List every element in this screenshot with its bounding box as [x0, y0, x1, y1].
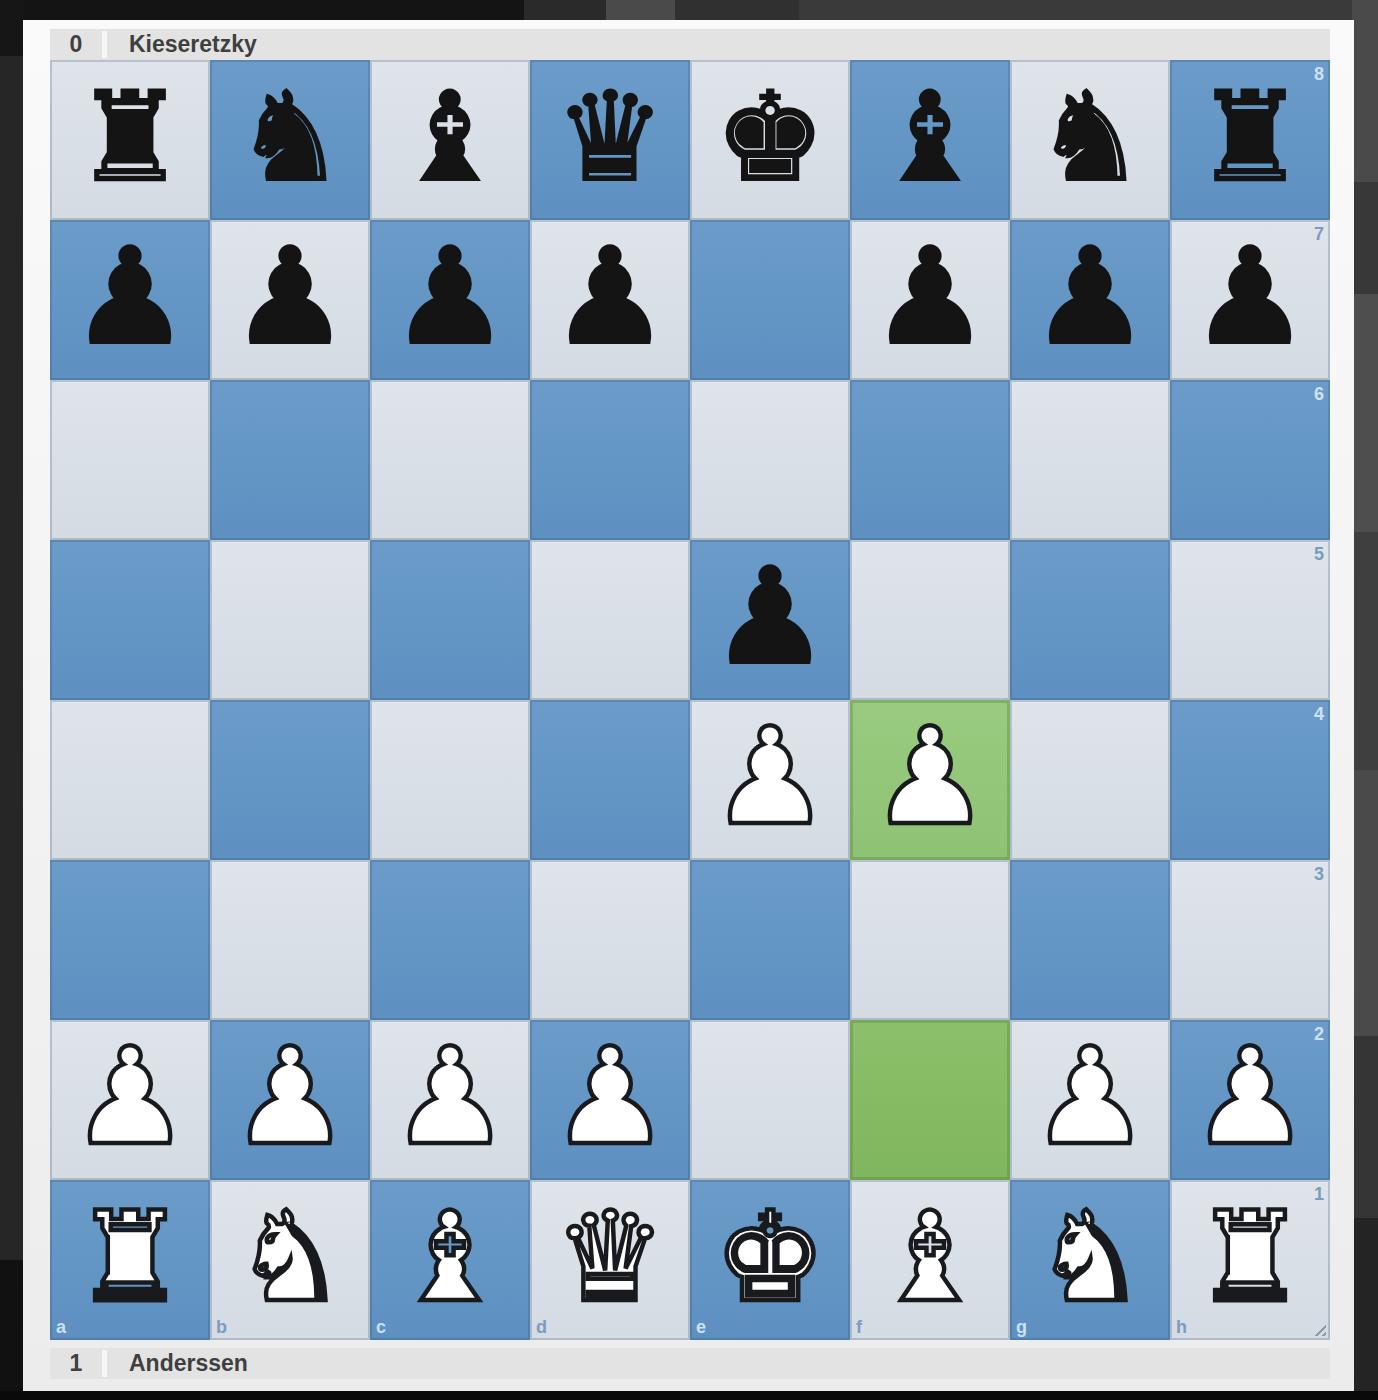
white-king[interactable]: ♚ [714, 1195, 825, 1319]
square-f3[interactable] [850, 860, 1010, 1020]
black-pawn[interactable]: ♟ [390, 230, 510, 364]
white-queen[interactable]: ♛ [554, 1195, 665, 1319]
square-d8[interactable]: ♛ [530, 60, 690, 220]
black-pawn[interactable]: ♟ [710, 550, 830, 684]
square-c1[interactable]: ♝c [370, 1180, 530, 1340]
white-pawn[interactable]: ♟ [1190, 1030, 1310, 1164]
square-g7[interactable]: ♟ [1010, 220, 1170, 380]
square-f7[interactable]: ♟ [850, 220, 1010, 380]
square-c6[interactable] [370, 380, 530, 540]
square-d3[interactable] [530, 860, 690, 1020]
square-f1[interactable]: ♝f [850, 1180, 1010, 1340]
square-g6[interactable] [1010, 380, 1170, 540]
square-c2[interactable]: ♟ [370, 1020, 530, 1180]
file-label-d: d [536, 1318, 547, 1336]
square-g1[interactable]: ♞g [1010, 1180, 1170, 1340]
rank-label-1: 1 [1314, 1185, 1324, 1203]
black-rook[interactable]: ♜ [74, 75, 185, 199]
white-pawn[interactable]: ♟ [70, 1030, 190, 1164]
square-g5[interactable] [1010, 540, 1170, 700]
square-a2[interactable]: ♟ [50, 1020, 210, 1180]
square-d4[interactable] [530, 700, 690, 860]
rank-label-8: 8 [1314, 65, 1324, 83]
black-pawn[interactable]: ♟ [1190, 230, 1310, 364]
square-h7[interactable]: ♟7 [1170, 220, 1330, 380]
white-pawn[interactable]: ♟ [710, 710, 830, 844]
file-label-g: g [1016, 1318, 1027, 1336]
square-e5[interactable]: ♟ [690, 540, 850, 700]
black-rook[interactable]: ♜ [1194, 75, 1305, 199]
white-knight[interactable]: ♞ [1034, 1195, 1145, 1319]
square-b8[interactable]: ♞ [210, 60, 370, 220]
chess-app-window: 0 Kieseretzky ♜♞♝♛♚♝♞♜8♟♟♟♟♟♟♟76♟5♟♟43♟♟… [0, 0, 1378, 1400]
background-right [1352, 0, 1378, 1400]
square-g2[interactable]: ♟ [1010, 1020, 1170, 1180]
black-queen[interactable]: ♛ [554, 75, 665, 199]
square-g4[interactable] [1010, 700, 1170, 860]
resize-handle-icon[interactable] [1311, 1321, 1326, 1336]
square-h8[interactable]: ♜8 [1170, 60, 1330, 220]
square-a3[interactable] [50, 860, 210, 1020]
chess-board: ♜♞♝♛♚♝♞♜8♟♟♟♟♟♟♟76♟5♟♟43♟♟♟♟♟♟2♜a♞b♝c♛d♚… [50, 60, 1330, 1340]
black-knight[interactable]: ♞ [234, 75, 345, 199]
black-pawn[interactable]: ♟ [870, 230, 990, 364]
black-king[interactable]: ♚ [714, 75, 825, 199]
file-label-b: b [216, 1318, 227, 1336]
square-g8[interactable]: ♞ [1010, 60, 1170, 220]
square-f8[interactable]: ♝ [850, 60, 1010, 220]
file-label-h: h [1176, 1318, 1187, 1336]
square-b2[interactable]: ♟ [210, 1020, 370, 1180]
white-pawn[interactable]: ♟ [390, 1030, 510, 1164]
board-panel: 0 Kieseretzky ♜♞♝♛♚♝♞♜8♟♟♟♟♟♟♟76♟5♟♟43♟♟… [23, 20, 1354, 1391]
white-bishop[interactable]: ♝ [874, 1195, 985, 1319]
rank-label-3: 3 [1314, 865, 1324, 883]
black-knight[interactable]: ♞ [1034, 75, 1145, 199]
square-d2[interactable]: ♟ [530, 1020, 690, 1180]
square-h4[interactable]: 4 [1170, 700, 1330, 860]
black-bishop[interactable]: ♝ [874, 75, 985, 199]
square-c7[interactable]: ♟ [370, 220, 530, 380]
square-b6[interactable] [210, 380, 370, 540]
rank-label-7: 7 [1314, 225, 1324, 243]
white-pawn[interactable]: ♟ [870, 710, 990, 844]
square-g3[interactable] [1010, 860, 1170, 1020]
player-top-score: 0 [50, 31, 107, 58]
black-pawn[interactable]: ♟ [70, 230, 190, 364]
square-a7[interactable]: ♟ [50, 220, 210, 380]
white-pawn[interactable]: ♟ [550, 1030, 670, 1164]
square-a4[interactable] [50, 700, 210, 860]
player-bar-top: 0 Kieseretzky [50, 29, 1330, 60]
square-a1[interactable]: ♜a [50, 1180, 210, 1340]
background-left [0, 0, 24, 1400]
square-h2[interactable]: ♟2 [1170, 1020, 1330, 1180]
background-bottom [0, 1391, 1378, 1400]
white-pawn[interactable]: ♟ [1030, 1030, 1150, 1164]
square-d5[interactable] [530, 540, 690, 700]
square-b7[interactable]: ♟ [210, 220, 370, 380]
square-d1[interactable]: ♛d [530, 1180, 690, 1340]
file-label-c: c [376, 1318, 386, 1336]
square-d6[interactable] [530, 380, 690, 540]
white-rook[interactable]: ♜ [1194, 1195, 1305, 1319]
square-a8[interactable]: ♜ [50, 60, 210, 220]
square-f5[interactable] [850, 540, 1010, 700]
player-bottom-name: Anderssen [107, 1350, 1330, 1377]
square-c8[interactable]: ♝ [370, 60, 530, 220]
square-h3[interactable]: 3 [1170, 860, 1330, 1020]
rank-label-4: 4 [1314, 705, 1324, 723]
square-f6[interactable] [850, 380, 1010, 540]
player-bottom-score: 1 [50, 1350, 107, 1377]
square-f4[interactable]: ♟ [850, 700, 1010, 860]
player-top-name: Kieseretzky [107, 31, 1330, 58]
rank-label-2: 2 [1314, 1025, 1324, 1043]
white-rook[interactable]: ♜ [74, 1195, 185, 1319]
square-b4[interactable] [210, 700, 370, 860]
square-h6[interactable]: 6 [1170, 380, 1330, 540]
square-e8[interactable]: ♚ [690, 60, 850, 220]
white-bishop[interactable]: ♝ [394, 1195, 505, 1319]
square-e6[interactable] [690, 380, 850, 540]
rank-label-6: 6 [1314, 385, 1324, 403]
square-e4[interactable]: ♟ [690, 700, 850, 860]
square-e1[interactable]: ♚e [690, 1180, 850, 1340]
square-h1[interactable]: ♜1h [1170, 1180, 1330, 1340]
square-b5[interactable] [210, 540, 370, 700]
square-a6[interactable] [50, 380, 210, 540]
black-pawn[interactable]: ♟ [1030, 230, 1150, 364]
square-c5[interactable] [370, 540, 530, 700]
square-b3[interactable] [210, 860, 370, 1020]
white-pawn[interactable]: ♟ [230, 1030, 350, 1164]
square-a5[interactable] [50, 540, 210, 700]
black-bishop[interactable]: ♝ [394, 75, 505, 199]
background-top [0, 0, 1378, 21]
square-b1[interactable]: ♞b [210, 1180, 370, 1340]
square-c3[interactable] [370, 860, 530, 1020]
white-knight[interactable]: ♞ [234, 1195, 345, 1319]
square-h5[interactable]: 5 [1170, 540, 1330, 700]
square-d7[interactable]: ♟ [530, 220, 690, 380]
square-f2[interactable] [850, 1020, 1010, 1180]
black-pawn[interactable]: ♟ [550, 230, 670, 364]
player-bar-bottom: 1 Anderssen [50, 1348, 1330, 1379]
square-e7[interactable] [690, 220, 850, 380]
square-c4[interactable] [370, 700, 530, 860]
file-label-a: a [56, 1318, 66, 1336]
rank-label-5: 5 [1314, 545, 1324, 563]
file-label-e: e [696, 1318, 706, 1336]
file-label-f: f [856, 1318, 862, 1336]
square-e3[interactable] [690, 860, 850, 1020]
square-e2[interactable] [690, 1020, 850, 1180]
black-pawn[interactable]: ♟ [230, 230, 350, 364]
